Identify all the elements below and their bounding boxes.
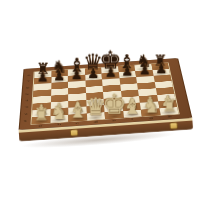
piece-white-rook: ♜ [162, 97, 177, 114]
square-a1: ♜ [32, 116, 51, 124]
brass-clasp-left-icon [71, 129, 78, 135]
square-h1: ♜ [159, 107, 179, 115]
rank-label-5: 5 [25, 93, 29, 95]
piece-black-pawn: ♟ [138, 62, 150, 76]
piece-white-knight: ♞ [142, 97, 159, 116]
piece-black-pawn: ♟ [104, 65, 116, 79]
square-g5 [137, 82, 155, 90]
rank-label-4: 4 [25, 99, 29, 102]
brass-clasp-right-icon [170, 122, 177, 128]
board-grid: ♜♞♝♛♚♝♞♜♟♟♟♟♟♟♟♟♟♟♟♟♟♟♟♟♜♞♝♛♚♝♞♜ [32, 63, 179, 124]
square-d7: ♟ [85, 73, 102, 80]
piece-white-bishop: ♝ [123, 96, 142, 117]
board-frame: ♜♞♝♛♚♝♞♜♟♟♟♟♟♟♟♟♟♟♟♟♟♟♟♟♜♞♝♛♚♝♞♜ 8765432… [20, 58, 192, 129]
file-label-g: g [149, 117, 153, 120]
file-label-a: a [39, 124, 43, 127]
chess-set-scene: ♜♞♝♛♚♝♞♜♟♟♟♟♟♟♟♟♟♟♟♟♟♟♟♟♜♞♝♛♚♝♞♜ 8765432… [0, 0, 200, 200]
square-g1: ♞ [141, 108, 160, 116]
rank-label-6: 6 [26, 87, 30, 89]
rank-label-7: 7 [26, 80, 30, 82]
rank-label-2: 2 [24, 113, 28, 116]
square-f1: ♝ [123, 110, 142, 118]
file-label-b: b [57, 123, 61, 126]
rank-label-3: 3 [24, 106, 28, 109]
file-label-e: e [112, 119, 116, 122]
piece-white-knight: ♞ [51, 103, 68, 122]
square-e1: ♚ [105, 111, 124, 119]
rank-label-1: 1 [23, 120, 27, 123]
piece-black-pawn: ♟ [53, 68, 65, 82]
piece-black-pawn: ♟ [87, 66, 99, 80]
piece-white-rook: ♜ [33, 106, 48, 123]
file-label-f: f [131, 118, 134, 121]
piece-black-pawn: ♟ [121, 64, 133, 78]
chess-set-product-photo: ♜♞♝♛♚♝♞♜♟♟♟♟♟♟♟♟♟♟♟♟♟♟♟♟♜♞♝♛♚♝♞♜ 8765432… [0, 0, 200, 200]
piece-black-pawn: ♟ [155, 61, 167, 75]
rank-label-8: 8 [27, 74, 31, 76]
chess-board: ♜♞♝♛♚♝♞♜♟♟♟♟♟♟♟♟♟♟♟♟♟♟♟♟♜♞♝♛♚♝♞♜ 8765432… [20, 58, 192, 129]
square-b1: ♞ [50, 115, 68, 123]
file-label-h: h [167, 115, 172, 118]
file-label-d: d [94, 120, 98, 123]
piece-black-pawn: ♟ [70, 67, 82, 81]
file-label-c: c [75, 122, 79, 125]
piece-black-pawn: ♟ [36, 70, 48, 84]
